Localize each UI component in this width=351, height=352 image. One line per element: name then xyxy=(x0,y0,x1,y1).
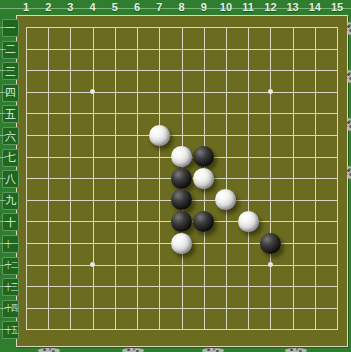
black-stone-9-10 xyxy=(193,211,214,232)
row-tick-2 xyxy=(0,49,6,50)
wallpaper-blob-right-3 xyxy=(347,166,351,179)
row-label-6: 六 xyxy=(2,127,19,145)
row-label-3: 三 xyxy=(2,62,19,80)
row-label-12: 十二 xyxy=(2,257,19,275)
star-point-12-12 xyxy=(268,262,273,267)
row-label-5: 五 xyxy=(2,105,19,123)
row-tick-7 xyxy=(0,157,6,158)
row-label-2: 二 xyxy=(2,41,19,59)
wallpaper-blob-right-2 xyxy=(347,118,351,131)
white-stone-8-7 xyxy=(171,146,192,167)
row-tick-13 xyxy=(0,286,6,287)
row-label-text: 十五 xyxy=(4,324,16,337)
row-tick-5 xyxy=(0,113,6,114)
wallpaper-blob-bottom-2 xyxy=(202,348,224,352)
col-label-1: 1 xyxy=(16,1,36,14)
col-label-8: 8 xyxy=(172,1,192,14)
row-tick-15 xyxy=(0,329,6,330)
black-stone-8-8 xyxy=(171,168,192,189)
wallpaper-blob-right-1 xyxy=(347,70,351,83)
white-stone-9-8 xyxy=(193,168,214,189)
black-stone-8-10 xyxy=(171,211,192,232)
row-tick-3 xyxy=(0,70,6,71)
row-label-text: 九 xyxy=(5,193,16,208)
row-tick-6 xyxy=(0,135,6,136)
wallpaper-blob-bottom-1 xyxy=(122,348,144,352)
col-label-4: 4 xyxy=(83,1,103,14)
row-tick-1 xyxy=(0,27,6,28)
row-tick-9 xyxy=(0,200,6,201)
col-label-15: 15 xyxy=(327,1,347,14)
row-tick-12 xyxy=(0,265,6,266)
row-label-text: 五 xyxy=(5,107,16,122)
row-label-text: 十一 xyxy=(4,238,16,251)
white-stone-7-6 xyxy=(149,125,170,146)
row-label-15: 十五 xyxy=(2,321,19,339)
col-label-14: 14 xyxy=(305,1,325,14)
row-label-text: 二 xyxy=(5,42,16,57)
row-label-text: 六 xyxy=(5,129,16,144)
wallpaper-blob-bottom-3 xyxy=(285,348,307,352)
col-label-5: 5 xyxy=(105,1,125,14)
row-label-4: 四 xyxy=(2,84,19,102)
white-stone-11-10 xyxy=(238,211,259,232)
row-label-text: 十 xyxy=(5,215,16,230)
col-label-12: 12 xyxy=(260,1,280,14)
row-label-text: 七 xyxy=(5,150,16,165)
col-label-10: 10 xyxy=(216,1,236,14)
row-label-text: 四 xyxy=(5,85,16,100)
black-stone-12-11 xyxy=(260,233,281,254)
row-tick-8 xyxy=(0,178,6,179)
col-label-2: 2 xyxy=(38,1,58,14)
row-label-13: 十三 xyxy=(2,278,19,296)
row-label-text: 十四 xyxy=(4,302,16,315)
wallpaper-blob-right-0 xyxy=(347,22,351,35)
row-label-10: 十 xyxy=(2,213,19,231)
white-stone-8-11 xyxy=(171,233,192,254)
row-tick-11 xyxy=(0,243,6,244)
col-label-3: 3 xyxy=(60,1,80,14)
row-label-text: 一 xyxy=(5,21,16,36)
row-tick-10 xyxy=(0,221,6,222)
col-label-11: 11 xyxy=(238,1,258,14)
col-label-9: 9 xyxy=(194,1,214,14)
row-label-text: 八 xyxy=(5,172,16,187)
row-label-11: 十一 xyxy=(2,235,19,253)
row-label-text: 十三 xyxy=(4,281,16,294)
row-label-9: 九 xyxy=(2,192,19,210)
row-label-1: 一 xyxy=(2,19,19,37)
col-label-13: 13 xyxy=(283,1,303,14)
row-tick-14 xyxy=(0,308,6,309)
row-tick-4 xyxy=(0,92,6,93)
col-label-6: 6 xyxy=(127,1,147,14)
row-label-8: 八 xyxy=(2,170,19,188)
gomoku-window: 123456789101112131415一二三四五六七八九十十一十二十三十四十… xyxy=(0,0,351,352)
row-label-text: 十二 xyxy=(4,259,16,272)
wallpaper-blob-bottom-0 xyxy=(38,348,60,352)
row-label-14: 十四 xyxy=(2,300,19,318)
row-label-text: 三 xyxy=(5,64,16,79)
row-label-7: 七 xyxy=(2,149,19,167)
col-label-7: 7 xyxy=(149,1,169,14)
